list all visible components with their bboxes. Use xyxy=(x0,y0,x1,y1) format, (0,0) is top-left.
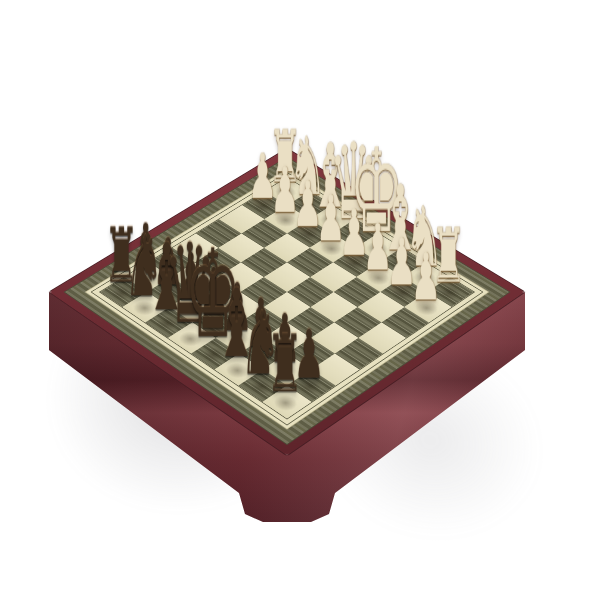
product-photo-stage: ♜♞♝♛♚♝♞♜♟♟♟♟♟♟♟♟♟♟♟♟♟♟♟♟♜♞♝♛♚♝♞♜ xyxy=(0,0,600,600)
square-a8: ♜ xyxy=(263,386,312,419)
black-rook-a8: ♜ xyxy=(252,324,318,403)
square-a2: ♟ xyxy=(404,292,451,322)
white-pawn-a2: ♟ xyxy=(394,243,457,308)
